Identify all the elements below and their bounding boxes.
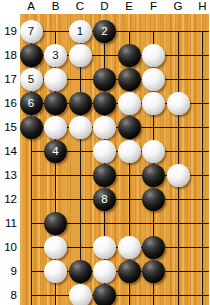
stone-black-D13[interactable] <box>93 164 116 187</box>
stone-black-B14[interactable]: 4 <box>44 140 67 163</box>
stone-white-B10[interactable] <box>44 236 67 259</box>
stone-black-F12[interactable] <box>142 188 165 211</box>
grid-line-horizontal-19 <box>31 31 210 32</box>
stone-white-A17[interactable]: 5 <box>20 68 43 91</box>
stone-black-E17[interactable] <box>118 68 141 91</box>
row-label-14: 14 <box>0 145 17 158</box>
stone-black-D8[interactable] <box>93 284 116 305</box>
move-number-A17: 5 <box>20 68 43 91</box>
row-label-15: 15 <box>0 121 17 134</box>
column-label-E: E <box>119 0 140 13</box>
stone-white-A19[interactable]: 7 <box>20 20 43 43</box>
stone-white-F18[interactable] <box>142 44 165 67</box>
row-label-11: 11 <box>0 217 17 230</box>
row-label-17: 17 <box>0 73 17 86</box>
stone-white-F17[interactable] <box>142 68 165 91</box>
column-label-F: F <box>143 0 164 13</box>
stone-black-F13[interactable] <box>142 164 165 187</box>
move-number-C19: 1 <box>69 20 92 43</box>
row-label-13: 13 <box>0 169 17 182</box>
stone-white-C8[interactable] <box>69 284 92 305</box>
stone-white-B17[interactable] <box>44 68 67 91</box>
column-label-H: H <box>192 0 209 13</box>
stone-black-A16[interactable]: 6 <box>20 92 43 115</box>
move-number-D12: 8 <box>93 188 116 211</box>
stone-black-F10[interactable] <box>142 236 165 259</box>
stone-black-C9[interactable] <box>69 260 92 283</box>
stone-black-A18[interactable] <box>20 44 43 67</box>
stone-black-B16[interactable] <box>44 92 67 115</box>
stone-black-D17[interactable] <box>93 68 116 91</box>
stone-white-E10[interactable] <box>118 236 141 259</box>
column-label-D: D <box>94 0 115 13</box>
grid-line-horizontal-12 <box>31 199 210 200</box>
grid-line-vertical-H <box>202 31 203 305</box>
row-label-12: 12 <box>0 193 17 206</box>
move-number-B18: 3 <box>44 44 67 67</box>
stone-black-D19[interactable]: 2 <box>93 20 116 43</box>
move-number-A16: 6 <box>20 92 43 115</box>
column-label-G: G <box>168 0 189 13</box>
column-label-B: B <box>45 0 66 13</box>
row-label-9: 9 <box>0 265 17 278</box>
stone-white-B15[interactable] <box>44 116 67 139</box>
stone-black-E9[interactable] <box>118 260 141 283</box>
column-label-C: C <box>70 0 91 13</box>
stone-black-C16[interactable] <box>69 92 92 115</box>
stone-white-D15[interactable] <box>93 116 116 139</box>
stone-white-D10[interactable] <box>93 236 116 259</box>
stone-black-F9[interactable] <box>142 260 165 283</box>
column-label-A: A <box>21 0 42 13</box>
stone-white-E14[interactable] <box>118 140 141 163</box>
grid-line-horizontal-8 <box>31 295 210 296</box>
stone-white-G16[interactable] <box>167 92 190 115</box>
move-number-A19: 7 <box>20 20 43 43</box>
stone-white-E16[interactable] <box>118 92 141 115</box>
row-label-10: 10 <box>0 241 17 254</box>
stone-black-E18[interactable] <box>118 44 141 67</box>
stone-white-D14[interactable] <box>93 140 116 163</box>
stone-white-C15[interactable] <box>69 116 92 139</box>
move-number-D19: 2 <box>93 20 116 43</box>
stone-white-C19[interactable]: 1 <box>69 20 92 43</box>
stone-white-B9[interactable] <box>44 260 67 283</box>
row-label-18: 18 <box>0 49 17 62</box>
stone-black-B11[interactable] <box>44 212 67 235</box>
stone-white-G13[interactable] <box>167 164 190 187</box>
go-board-screen: ABCDEFGH191817161514131211109871235648 <box>0 0 209 305</box>
stone-white-D9[interactable] <box>93 260 116 283</box>
row-label-19: 19 <box>0 25 17 38</box>
stone-white-B18[interactable]: 3 <box>44 44 67 67</box>
stone-black-D12[interactable]: 8 <box>93 188 116 211</box>
stone-white-F16[interactable] <box>142 92 165 115</box>
stone-white-F14[interactable] <box>142 140 165 163</box>
move-number-B14: 4 <box>44 140 67 163</box>
stone-black-E15[interactable] <box>118 116 141 139</box>
stone-white-C18[interactable] <box>69 44 92 67</box>
row-label-16: 16 <box>0 97 17 110</box>
stone-black-D16[interactable] <box>93 92 116 115</box>
row-label-8: 8 <box>0 289 17 302</box>
stone-black-A15[interactable] <box>20 116 43 139</box>
